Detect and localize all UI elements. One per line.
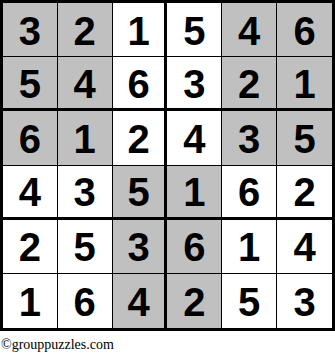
- cell-r5c1: 2: [3, 220, 58, 274]
- cell-r4c5: 6: [222, 166, 277, 220]
- cell-r3c5: 3: [222, 111, 277, 165]
- cell-r2c2: 4: [58, 57, 113, 111]
- cell-r4c3: 5: [113, 166, 168, 220]
- cell-r5c5: 1: [222, 220, 277, 274]
- cell-r6c6: 3: [277, 274, 332, 328]
- cell-r4c2: 3: [58, 166, 113, 220]
- cell-r1c1: 3: [3, 3, 58, 57]
- cell-r2c1: 5: [3, 57, 58, 111]
- sudoku-answer-page: 321546546321612435435162253614164253 ©gr…: [0, 0, 335, 357]
- copyright-caption: ©grouppuzzles.com: [1, 337, 114, 353]
- cell-r4c4: 1: [167, 166, 222, 220]
- cell-r3c6: 5: [277, 111, 332, 165]
- cell-r1c4: 5: [167, 3, 222, 57]
- cell-r5c4: 6: [167, 220, 222, 274]
- cell-r1c3: 1: [113, 3, 168, 57]
- cell-r5c3: 3: [113, 220, 168, 274]
- cell-r2c6: 1: [277, 57, 332, 111]
- cell-r4c6: 2: [277, 166, 332, 220]
- cell-r6c3: 4: [113, 274, 168, 328]
- cell-r2c4: 3: [167, 57, 222, 111]
- cell-r3c2: 1: [58, 111, 113, 165]
- cell-r2c3: 6: [113, 57, 168, 111]
- sudoku-board: 321546546321612435435162253614164253: [0, 0, 335, 331]
- cell-r6c1: 1: [3, 274, 58, 328]
- cell-r5c6: 4: [277, 220, 332, 274]
- cell-r3c1: 6: [3, 111, 58, 165]
- cell-r2c5: 2: [222, 57, 277, 111]
- cell-r3c3: 2: [113, 111, 168, 165]
- cell-r4c1: 4: [3, 166, 58, 220]
- cell-r6c2: 6: [58, 274, 113, 328]
- cell-r6c5: 5: [222, 274, 277, 328]
- cell-r1c2: 2: [58, 3, 113, 57]
- cell-r3c4: 4: [167, 111, 222, 165]
- cell-r5c2: 5: [58, 220, 113, 274]
- cell-r1c6: 6: [277, 3, 332, 57]
- cell-r6c4: 2: [167, 274, 222, 328]
- cell-r1c5: 4: [222, 3, 277, 57]
